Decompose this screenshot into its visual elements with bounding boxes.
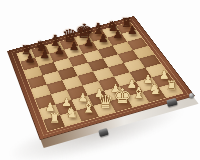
piece-white-bishop: ♝ (131, 86, 145, 102)
piece-white-rook: ♜ (49, 112, 61, 125)
hinge-pin (189, 93, 194, 98)
piece-black-pawn: ♟ (127, 25, 137, 36)
chess-set-product-photo: ♜♞♝♛♚♝♞♜♟♟♟♟♟♟♟♟♟♟♟♟♟♟♟♟♜♞♝♛♚♝♞♜ (0, 0, 200, 160)
piece-white-queen: ♛ (97, 93, 114, 111)
piece-black-pawn: ♟ (25, 54, 35, 65)
piece-black-pawn: ♟ (54, 46, 64, 57)
piece-white-knight: ♞ (149, 82, 162, 97)
piece-black-pawn: ♟ (113, 29, 123, 40)
piece-black-pawn: ♟ (83, 37, 93, 48)
piece-white-bishop: ♝ (81, 100, 95, 116)
piece-white-king: ♚ (113, 86, 132, 106)
piece-black-pawn: ♟ (69, 41, 79, 52)
piece-white-knight: ♞ (65, 106, 78, 121)
piece-white-rook: ♜ (166, 79, 178, 92)
piece-black-pawn: ♟ (39, 50, 49, 61)
piece-black-pawn: ♟ (98, 33, 108, 44)
